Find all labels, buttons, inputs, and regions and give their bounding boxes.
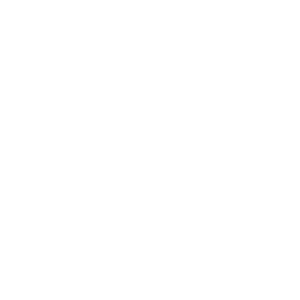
wooden-game-photo [0,0,300,300]
